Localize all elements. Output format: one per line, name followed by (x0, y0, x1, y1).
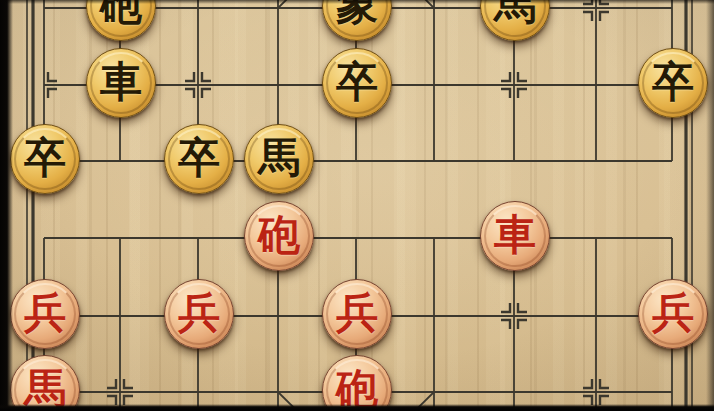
point-mark (124, 379, 133, 388)
point-mark (501, 320, 510, 329)
point-mark (518, 320, 527, 329)
piece-red-cannon[interactable]: 砲 (244, 201, 314, 271)
point-mark (501, 72, 510, 81)
piece-glyph: 兵 (336, 292, 378, 334)
piece-red-soldier[interactable]: 兵 (322, 279, 392, 349)
piece-black-soldier[interactable]: 卒 (10, 124, 80, 194)
piece-glyph: 卒 (178, 137, 220, 179)
piece-glyph: 馬 (494, 0, 536, 26)
point-mark (185, 72, 194, 81)
point-mark (600, 0, 609, 4)
piece-glyph: 兵 (24, 292, 66, 334)
point-mark (124, 396, 133, 405)
piece-glyph: 卒 (336, 61, 378, 103)
piece-red-chariot[interactable]: 車 (480, 201, 550, 271)
point-mark (48, 89, 57, 98)
point-mark (583, 396, 592, 405)
point-mark (202, 72, 211, 81)
point-mark (583, 12, 592, 21)
piece-glyph: 象 (336, 0, 378, 26)
piece-glyph: 兵 (178, 292, 220, 334)
piece-glyph: 砲 (258, 214, 300, 256)
point-mark (48, 72, 57, 81)
point-mark (185, 89, 194, 98)
point-mark (583, 0, 592, 4)
piece-glyph: 車 (100, 61, 142, 103)
piece-black-soldier[interactable]: 卒 (164, 124, 234, 194)
point-mark (518, 72, 527, 81)
xiangqi-board[interactable]: 砲象馬車卒卒卒卒馬砲車兵兵兵兵馬砲 (0, 0, 714, 411)
point-mark (107, 396, 116, 405)
point-mark (107, 379, 116, 388)
piece-glyph: 馬 (24, 368, 66, 410)
piece-black-soldier[interactable]: 卒 (638, 48, 708, 118)
piece-glyph: 卒 (652, 61, 694, 103)
point-mark (583, 379, 592, 388)
piece-glyph: 砲 (100, 0, 142, 26)
point-mark (600, 396, 609, 405)
piece-black-horse[interactable]: 馬 (244, 124, 314, 194)
piece-black-soldier[interactable]: 卒 (322, 48, 392, 118)
piece-red-soldier[interactable]: 兵 (10, 279, 80, 349)
point-mark (518, 303, 527, 312)
point-mark (501, 89, 510, 98)
point-mark (600, 12, 609, 21)
piece-glyph: 砲 (336, 368, 378, 410)
piece-glyph: 卒 (24, 137, 66, 179)
piece-glyph: 馬 (258, 137, 300, 179)
point-mark (202, 89, 211, 98)
point-mark (501, 303, 510, 312)
piece-black-chariot[interactable]: 車 (86, 48, 156, 118)
piece-glyph: 兵 (652, 292, 694, 334)
piece-glyph: 車 (494, 214, 536, 256)
piece-red-soldier[interactable]: 兵 (164, 279, 234, 349)
piece-red-soldier[interactable]: 兵 (638, 279, 708, 349)
point-mark (518, 89, 527, 98)
point-mark (600, 379, 609, 388)
